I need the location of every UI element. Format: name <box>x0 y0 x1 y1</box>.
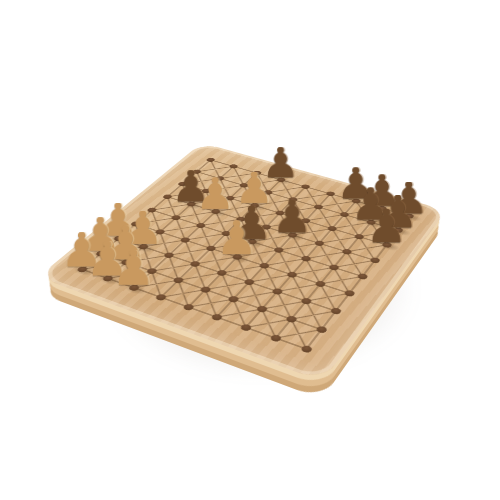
dark-peg[interactable]: ♟ <box>271 200 312 236</box>
light-peg[interactable]: ♟ <box>195 177 234 211</box>
board-hole[interactable] <box>312 217 351 239</box>
product-photo-scene: ♟♟♟♟♟♟♟♟♟♟♟♟♟♟♟♟♟♟♟♟ <box>0 0 500 500</box>
dark-peg[interactable]: ♟ <box>366 209 408 245</box>
light-peg[interactable]: ♟ <box>215 221 257 258</box>
board: ♟♟♟♟♟♟♟♟♟♟♟♟♟♟♟♟♟♟♟♟ <box>38 143 447 382</box>
light-peg[interactable]: ♟ <box>111 250 155 288</box>
